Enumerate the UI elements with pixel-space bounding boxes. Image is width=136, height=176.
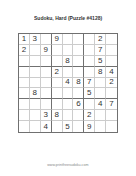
cell-r4c7 [84, 67, 95, 78]
cell-r6c6 [73, 88, 84, 99]
cell-r1c9 [106, 34, 117, 45]
cell-r6c9 [106, 88, 117, 99]
cell-r8c2 [30, 110, 41, 121]
cell-r3c7 [84, 56, 95, 67]
cell-r2c7 [84, 45, 95, 56]
cell-r3c9 [106, 56, 117, 67]
puzzle-title: Sudoku, Hard (Puzzle #4128) [0, 11, 136, 23]
cell-r6c2: 8 [30, 88, 41, 99]
cell-r8c3: 3 [41, 110, 52, 121]
cell-r4c3 [41, 67, 52, 78]
cell-r2c2 [30, 45, 41, 56]
cell-r7c1 [19, 99, 30, 110]
cell-r4c8: 8 [95, 67, 106, 78]
cell-r2c8: 7 [95, 45, 106, 56]
cell-r6c8 [95, 88, 106, 99]
cell-r6c1 [19, 88, 30, 99]
cell-r7c2 [30, 99, 41, 110]
cell-r9c1 [19, 121, 30, 132]
cell-r2c1: 2 [19, 45, 30, 56]
cell-r3c5: 8 [63, 56, 74, 67]
cell-r9c5: 5 [63, 121, 74, 132]
cell-r7c3 [41, 99, 52, 110]
cell-r9c7: 9 [84, 121, 95, 132]
cell-r6c7: 5 [84, 88, 95, 99]
cell-r6c3 [41, 88, 52, 99]
cell-r1c3 [41, 34, 52, 45]
footer: www.printfreesudoku.com [0, 158, 136, 169]
cell-r8c8 [95, 110, 106, 121]
sudoku-sheet: { "game": "sudoku", "difficulty": "Hard"… [0, 0, 136, 176]
cell-r1c2: 3 [30, 34, 41, 45]
cell-r5c1 [19, 78, 30, 89]
cell-r9c6 [73, 121, 84, 132]
cell-r5c5: 4 [63, 78, 74, 89]
cell-r9c9 [106, 121, 117, 132]
footer-url: www.printfreesudoku.com [47, 163, 88, 167]
cell-r4c4: 2 [52, 67, 63, 78]
cell-r7c9: 7 [106, 99, 117, 110]
cell-r3c8: 5 [95, 56, 106, 67]
cell-r7c4 [52, 99, 63, 110]
cell-r8c6 [73, 110, 84, 121]
cell-r1c1: 1 [19, 34, 30, 45]
cell-r4c9: 4 [106, 67, 117, 78]
cell-r4c1 [19, 67, 30, 78]
cell-r2c6 [73, 45, 84, 56]
cell-r8c7: 2 [84, 110, 95, 121]
cell-r5c7: 7 [84, 78, 95, 89]
cell-r5c2 [30, 78, 41, 89]
cell-r2c5 [63, 45, 74, 56]
cell-r3c4 [52, 56, 63, 67]
cell-r1c7 [84, 34, 95, 45]
cell-r5c6: 8 [73, 78, 84, 89]
cell-r9c4 [52, 121, 63, 132]
cell-r5c8 [95, 78, 106, 89]
cell-r3c6 [73, 56, 84, 67]
cell-r2c3: 9 [41, 45, 52, 56]
cell-r2c4 [52, 45, 63, 56]
puzzle-title-text: Sudoku, Hard (Puzzle #4128) [34, 16, 102, 21]
cell-r5c3 [41, 78, 52, 89]
cell-r7c5 [63, 99, 74, 110]
cell-r8c1 [19, 110, 30, 121]
cell-r8c4: 8 [52, 110, 63, 121]
cell-r8c9 [106, 110, 117, 121]
cell-r7c8: 4 [95, 99, 106, 110]
cell-r5c9: 2 [106, 78, 117, 89]
cell-r9c8 [95, 121, 106, 132]
cell-r1c6 [73, 34, 84, 45]
cell-r4c2 [30, 67, 41, 78]
cell-r3c2 [30, 56, 41, 67]
cell-r5c4 [52, 78, 63, 89]
cell-r4c5 [63, 67, 74, 78]
cell-r9c3: 4 [41, 121, 52, 132]
cell-r6c5 [63, 88, 74, 99]
sudoku-board: 139229785284487285647382459 [18, 33, 118, 133]
cell-r2c9 [106, 45, 117, 56]
cell-r1c8: 2 [95, 34, 106, 45]
cell-r6c4 [52, 88, 63, 99]
cell-r3c3 [41, 56, 52, 67]
cell-r1c4: 9 [52, 34, 63, 45]
cell-r7c7 [84, 99, 95, 110]
cell-r3c1 [19, 56, 30, 67]
cell-r4c6 [73, 67, 84, 78]
cell-r1c5 [63, 34, 74, 45]
cell-r7c6: 6 [73, 99, 84, 110]
cell-r9c2 [30, 121, 41, 132]
cell-r8c5 [63, 110, 74, 121]
